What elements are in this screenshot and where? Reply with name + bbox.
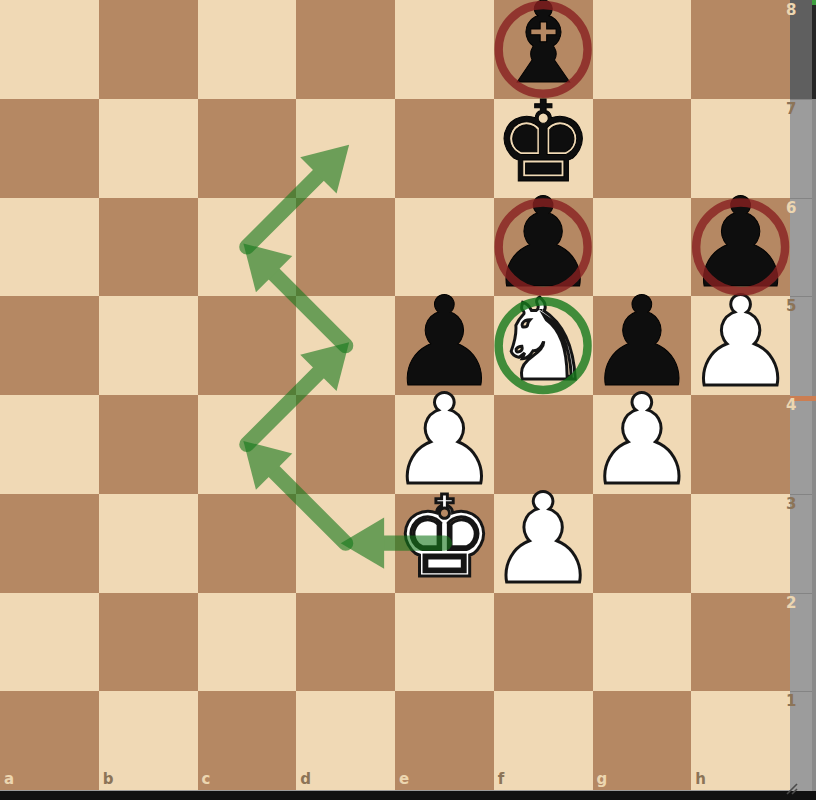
rank-label-8: 8	[786, 3, 796, 18]
bottom-bar	[0, 791, 816, 800]
rank-label-5: 5	[786, 299, 796, 314]
file-label-h: h	[695, 772, 706, 787]
piece-white-pawn-f3[interactable]: ♟	[494, 490, 593, 589]
rank-label-2: 2	[786, 596, 796, 611]
rank-label-6: 6	[786, 201, 796, 216]
file-label-f: f	[498, 772, 505, 787]
file-label-g: g	[597, 772, 608, 787]
piece-white-pawn-h5[interactable]: ♟	[691, 292, 790, 391]
rank-label-1: 1	[786, 694, 796, 709]
rank-label-7: 7	[786, 102, 796, 117]
file-label-a: a	[4, 772, 14, 787]
scrollbar-edge-top	[812, 0, 816, 99]
green-dot	[812, 0, 816, 5]
board-resize-grip-icon[interactable]	[784, 781, 800, 797]
file-label-e: e	[399, 772, 409, 787]
file-label-d: d	[300, 772, 311, 787]
pieces-layer: ♝♚♟♟♟♞♟♟♟♟♚♟	[0, 0, 790, 790]
file-label-b: b	[103, 772, 114, 787]
file-label-c: c	[202, 772, 211, 787]
rank-label-4: 4	[786, 398, 796, 413]
piece-white-pawn-g4[interactable]: ♟	[593, 391, 692, 490]
piece-white-king-e3[interactable]: ♚	[395, 488, 494, 587]
piece-white-knight-f5[interactable]: ♞	[494, 290, 593, 389]
analysis-board-app: 87654321abcdefgh ♝♚♟♟♟♞♟♟♟♟♚♟	[0, 0, 816, 800]
rank-label-3: 3	[786, 497, 796, 512]
